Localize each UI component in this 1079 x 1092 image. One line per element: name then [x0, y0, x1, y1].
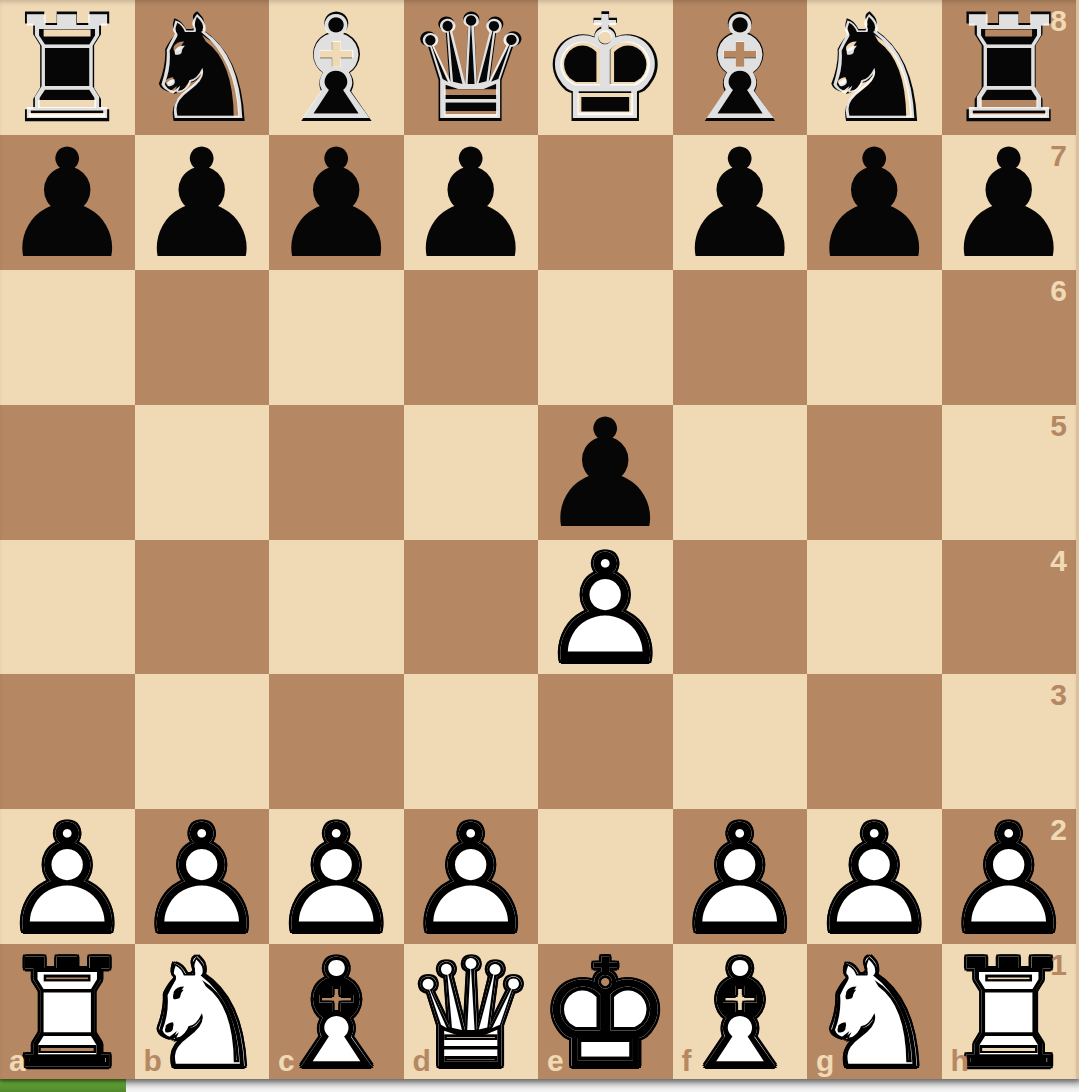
square-b8[interactable]: ♞♘ — [135, 0, 270, 135]
black-pawn-icon[interactable]: ♟ — [807, 135, 942, 270]
square-b2[interactable]: ♟♙ — [135, 809, 270, 944]
black-knight-icon[interactable]: ♞♘ — [135, 0, 270, 135]
rank-label-1: 1 — [1050, 950, 1067, 980]
square-a3[interactable] — [0, 674, 135, 809]
square-e1[interactable]: ♚♔e — [538, 944, 673, 1079]
rank-label-3: 3 — [1050, 680, 1067, 710]
white-pawn-icon[interactable]: ♟♙ — [807, 809, 942, 944]
square-d1[interactable]: ♛♕d — [404, 944, 539, 1079]
square-c1[interactable]: ♝♗c — [269, 944, 404, 1079]
white-bishop-icon[interactable]: ♝♗ — [673, 944, 808, 1079]
square-e3[interactable] — [538, 674, 673, 809]
square-d3[interactable] — [404, 674, 539, 809]
square-f7[interactable]: ♟ — [673, 135, 808, 270]
file-label-a: a — [9, 1046, 26, 1076]
piece-glyph-fill: ♟ — [0, 129, 134, 279]
file-label-d: d — [413, 1046, 431, 1076]
black-pawn-icon[interactable]: ♟ — [135, 135, 270, 270]
file-label-e: e — [547, 1046, 564, 1076]
file-label-c: c — [278, 1046, 295, 1076]
piece-glyph-detail: ♔ — [541, 0, 669, 141]
square-c4[interactable] — [269, 540, 404, 675]
square-f6[interactable] — [673, 270, 808, 405]
black-queen-icon[interactable]: ♛♕ — [404, 0, 539, 135]
square-d4[interactable] — [404, 540, 539, 675]
white-pawn-icon[interactable]: ♟♙ — [0, 809, 135, 944]
square-b1[interactable]: ♞♘b — [135, 944, 270, 1079]
square-d6[interactable] — [404, 270, 539, 405]
square-h8[interactable]: ♜♖8 — [942, 0, 1077, 135]
rank-label-5: 5 — [1050, 411, 1067, 441]
square-a6[interactable] — [0, 270, 135, 405]
square-h2[interactable]: ♟♙2 — [942, 809, 1077, 944]
black-bishop-icon[interactable]: ♝♗ — [673, 0, 808, 135]
square-g4[interactable] — [807, 540, 942, 675]
chess-board[interactable]: ♜♖♞♘♝♗♛♕♚♔♝♗♞♘♜♖8♟♟♟♟♟♟♟76♟5♟♙43♟♙♟♙♟♙♟♙… — [0, 0, 1076, 1079]
white-pawn-icon[interactable]: ♟♙ — [538, 540, 673, 675]
square-a4[interactable] — [0, 540, 135, 675]
square-e6[interactable] — [538, 270, 673, 405]
square-a5[interactable] — [0, 405, 135, 540]
square-g1[interactable]: ♞♘g — [807, 944, 942, 1079]
square-a2[interactable]: ♟♙ — [0, 809, 135, 944]
black-pawn-icon[interactable]: ♟ — [269, 135, 404, 270]
piece-glyph-fill: ♟ — [807, 129, 941, 279]
square-d8[interactable]: ♛♕ — [404, 0, 539, 135]
black-king-icon[interactable]: ♚♔ — [538, 0, 673, 135]
square-f4[interactable] — [673, 540, 808, 675]
square-b7[interactable]: ♟ — [135, 135, 270, 270]
rank-label-2: 2 — [1050, 815, 1067, 845]
black-pawn-icon[interactable]: ♟ — [404, 135, 539, 270]
square-a8[interactable]: ♜♖ — [0, 0, 135, 135]
white-pawn-icon[interactable]: ♟♙ — [269, 809, 404, 944]
square-g3[interactable] — [807, 674, 942, 809]
square-e5[interactable]: ♟ — [538, 405, 673, 540]
piece-glyph-fill: ♟ — [673, 129, 807, 279]
piece-glyph-detail: ♗ — [673, 939, 807, 1089]
square-h1[interactable]: ♜♖1h — [942, 944, 1077, 1079]
white-pawn-icon[interactable]: ♟♙ — [135, 809, 270, 944]
piece-glyph-detail: ♙ — [538, 534, 672, 684]
rank-label-7: 7 — [1050, 141, 1067, 171]
square-b5[interactable] — [135, 405, 270, 540]
square-d5[interactable] — [404, 405, 539, 540]
square-b3[interactable] — [135, 674, 270, 809]
square-d7[interactable]: ♟ — [404, 135, 539, 270]
square-f5[interactable] — [673, 405, 808, 540]
square-c7[interactable]: ♟ — [269, 135, 404, 270]
square-e4[interactable]: ♟♙ — [538, 540, 673, 675]
rank-label-6: 6 — [1050, 276, 1067, 306]
square-b6[interactable] — [135, 270, 270, 405]
black-bishop-icon[interactable]: ♝♗ — [269, 0, 404, 135]
piece-glyph-fill: ♟ — [404, 129, 538, 279]
square-h6[interactable]: 6 — [942, 270, 1077, 405]
square-c8[interactable]: ♝♗ — [269, 0, 404, 135]
black-knight-icon[interactable]: ♞♘ — [807, 0, 942, 135]
square-c2[interactable]: ♟♙ — [269, 809, 404, 944]
square-h3[interactable]: 3 — [942, 674, 1077, 809]
file-label-f: f — [682, 1046, 692, 1076]
square-e2[interactable] — [538, 809, 673, 944]
black-pawn-icon[interactable]: ♟ — [0, 135, 135, 270]
black-rook-icon[interactable]: ♜♖ — [0, 0, 135, 135]
square-g5[interactable] — [807, 405, 942, 540]
white-pawn-icon[interactable]: ♟♙ — [673, 809, 808, 944]
square-f1[interactable]: ♝♗f — [673, 944, 808, 1079]
square-b4[interactable] — [135, 540, 270, 675]
white-pawn-icon[interactable]: ♟♙ — [404, 809, 539, 944]
board-area: ♜♖♞♘♝♗♛♕♚♔♝♗♞♘♜♖8♟♟♟♟♟♟♟76♟5♟♙43♟♙♟♙♟♙♟♙… — [0, 0, 1079, 1079]
file-label-b: b — [144, 1046, 162, 1076]
file-label-g: g — [816, 1046, 834, 1076]
square-g6[interactable] — [807, 270, 942, 405]
square-g8[interactable]: ♞♘ — [807, 0, 942, 135]
piece-glyph-fill: ♟ — [269, 129, 403, 279]
square-c5[interactable] — [269, 405, 404, 540]
square-h7[interactable]: ♟7 — [942, 135, 1077, 270]
piece-glyph-fill: ♟ — [135, 129, 269, 279]
rank-label-8: 8 — [1050, 6, 1067, 36]
square-e8[interactable]: ♚♔ — [538, 0, 673, 135]
square-a1[interactable]: ♜♖a — [0, 944, 135, 1079]
square-a7[interactable]: ♟ — [0, 135, 135, 270]
black-pawn-icon[interactable]: ♟ — [673, 135, 808, 270]
square-d2[interactable]: ♟♙ — [404, 809, 539, 944]
square-f8[interactable]: ♝♗ — [673, 0, 808, 135]
square-g2[interactable]: ♟♙ — [807, 809, 942, 944]
square-c6[interactable] — [269, 270, 404, 405]
square-h5[interactable]: 5 — [942, 405, 1077, 540]
square-f3[interactable] — [673, 674, 808, 809]
square-f2[interactable]: ♟♙ — [673, 809, 808, 944]
black-pawn-icon[interactable]: ♟ — [538, 405, 673, 540]
square-c3[interactable] — [269, 674, 404, 809]
chess-board-screenshot: ♜♖♞♘♝♗♛♕♚♔♝♗♞♘♜♖8♟♟♟♟♟♟♟76♟5♟♙43♟♙♟♙♟♙♟♙… — [0, 0, 1079, 1092]
square-e7[interactable] — [538, 135, 673, 270]
file-label-h: h — [951, 1046, 969, 1076]
square-g7[interactable]: ♟ — [807, 135, 942, 270]
square-h4[interactable]: 4 — [942, 540, 1077, 675]
rank-label-4: 4 — [1050, 546, 1067, 576]
